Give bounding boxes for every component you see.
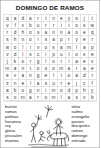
grid-cell[interactable]: y	[73, 36, 81, 43]
grid-cell[interactable]: m	[50, 94, 58, 101]
grid-cell[interactable]: s	[4, 94, 12, 101]
grid-cell[interactable]: r	[27, 58, 35, 65]
grid-cell[interactable]: e	[81, 36, 89, 43]
grid-cell[interactable]: a	[19, 72, 27, 79]
grid-cell[interactable]: o	[73, 50, 81, 57]
grid-cell[interactable]: v	[4, 50, 12, 57]
grid-cell[interactable]: m	[19, 94, 27, 101]
grid-cell[interactable]: a	[81, 43, 89, 50]
grid-cell[interactable]: a	[50, 36, 58, 43]
grid-cell[interactable]: o	[19, 86, 27, 93]
grid-cell[interactable]: q	[4, 15, 12, 22]
grid-cell[interactable]: p	[88, 43, 96, 50]
grid-cell[interactable]: a	[27, 15, 35, 22]
grid-cell[interactable]: n	[50, 29, 58, 36]
grid-cell[interactable]: r	[42, 22, 50, 29]
grid-cell[interactable]: m	[50, 86, 58, 93]
grid-cell[interactable]: r	[73, 65, 81, 72]
grid-cell[interactable]: r	[50, 22, 58, 29]
grid-cell[interactable]: e	[81, 58, 89, 65]
grid-cell[interactable]: i	[35, 36, 43, 43]
grid-cell[interactable]: b	[11, 86, 19, 93]
grid-cell[interactable]: c	[35, 50, 43, 57]
grid-cell[interactable]: z	[4, 79, 12, 86]
grid-cell[interactable]: o	[73, 22, 81, 29]
grid-cell[interactable]: o	[73, 15, 81, 22]
word-list-section: burritoramospalmashosannareygloriajerusa…	[1, 102, 101, 148]
grid-cell[interactable]: l	[42, 58, 50, 65]
grid-cell[interactable]: o	[35, 65, 43, 72]
grid-cell[interactable]: n	[27, 72, 35, 79]
grid-cell[interactable]: l	[58, 94, 66, 101]
grid-cell[interactable]: r	[4, 29, 12, 36]
grid-cell[interactable]: r	[58, 79, 66, 86]
grid-cell[interactable]: a	[11, 65, 19, 72]
palm-sunday-illustration	[27, 102, 71, 148]
grid-cell[interactable]: n	[19, 36, 27, 43]
grid-cell[interactable]: v	[35, 43, 43, 50]
grid-cell[interactable]: f	[11, 22, 19, 29]
grid-cell[interactable]: a	[65, 29, 73, 36]
grid-cell[interactable]: l	[19, 43, 27, 50]
grid-cell[interactable]: i	[42, 86, 50, 93]
grid-cell[interactable]: a	[4, 86, 12, 93]
grid-cell[interactable]: j	[73, 79, 81, 86]
grid-cell[interactable]: n	[50, 15, 58, 22]
grid-cell[interactable]: j	[4, 58, 12, 65]
grid-cell[interactable]: v	[81, 94, 89, 101]
grid-cell[interactable]: m	[65, 43, 73, 50]
grid-cell[interactable]: a	[11, 15, 19, 22]
grid-cell[interactable]: r	[88, 36, 96, 43]
word-list-item: mantos	[5, 138, 22, 143]
grid-cell[interactable]: w	[4, 43, 12, 50]
grid-cell[interactable]: e	[4, 72, 12, 79]
grid-cell[interactable]: p	[50, 50, 58, 57]
grid-cell[interactable]: s	[50, 43, 58, 50]
grid-cell[interactable]: h	[11, 36, 19, 43]
grid-cell[interactable]: n	[35, 86, 43, 93]
grid-cell[interactable]: m	[58, 65, 66, 72]
grid-cell[interactable]: o	[50, 58, 58, 65]
grid-cell[interactable]: w	[88, 22, 96, 29]
grid-cell[interactable]: l	[65, 50, 73, 57]
grid-cell[interactable]: u	[35, 22, 43, 29]
grid-cell[interactable]: g	[35, 58, 43, 65]
grid-cell[interactable]: s	[27, 50, 35, 57]
grid-cell[interactable]: u	[58, 50, 66, 57]
puzzle-title: DOMINGO DE RAMOS	[1, 4, 100, 11]
grid-cell[interactable]: h	[81, 86, 89, 93]
grid-cell[interactable]: y	[88, 86, 96, 93]
grid-cell[interactable]: b	[27, 22, 35, 29]
grid-cell[interactable]: e	[81, 29, 89, 36]
grid-cell[interactable]: i	[42, 50, 50, 57]
grid-cell[interactable]: a	[73, 58, 81, 65]
grid-cell[interactable]: v	[4, 22, 12, 29]
grid-cell[interactable]: t	[88, 15, 96, 22]
grid-cell[interactable]: r	[88, 72, 96, 79]
grid-cell[interactable]: o	[27, 29, 35, 36]
grid-cell[interactable]: o	[73, 29, 81, 36]
grid-cell[interactable]: x	[19, 22, 27, 29]
grid-cell[interactable]: d	[81, 72, 89, 79]
grid-cell[interactable]: i	[19, 50, 27, 57]
grid-cell[interactable]: p	[73, 86, 81, 93]
grid-cell[interactable]: a	[35, 79, 43, 86]
grid-cell[interactable]: m	[4, 65, 12, 72]
word-search-grid: qadartneyojtvfxburritoswrdhosannaoeqshno…	[3, 14, 97, 101]
grid-cell[interactable]: g	[27, 86, 35, 93]
grid-cell[interactable]: h	[19, 29, 27, 36]
grid-cell[interactable]: s	[35, 29, 43, 36]
grid-cell[interactable]: s	[73, 94, 81, 101]
grid-cell[interactable]: o	[11, 94, 19, 101]
grid-cell[interactable]: r	[58, 58, 66, 65]
grid-cell[interactable]: s	[4, 36, 12, 43]
grid-cell[interactable]: r	[35, 94, 43, 101]
grid-cell[interactable]: n	[19, 65, 27, 72]
grid-cell[interactable]: o	[58, 86, 66, 93]
grid-cell[interactable]: y	[65, 15, 73, 22]
grid-cell[interactable]: o	[50, 65, 58, 72]
grid-cell[interactable]: n	[11, 79, 19, 86]
grid-cell[interactable]: f	[88, 79, 96, 86]
grid-cell[interactable]: p	[58, 36, 66, 43]
grid-cell[interactable]: d	[65, 86, 73, 93]
grid-cell[interactable]: e	[58, 15, 66, 22]
word-list-item: entrada	[72, 138, 90, 143]
grid-cell[interactable]: l	[73, 43, 81, 50]
grid-cell[interactable]: a	[27, 94, 35, 101]
grid-cell[interactable]: o	[42, 43, 50, 50]
grid-cell[interactable]: o	[42, 94, 50, 101]
grid-cell[interactable]: a	[58, 43, 66, 50]
grid-cell[interactable]: s	[42, 79, 50, 86]
grid-cell[interactable]: s	[42, 65, 50, 72]
puzzle-page: DOMINGO DE RAMOS qadartneyojtvfxburritos…	[0, 0, 100, 148]
grid-cell[interactable]: o	[27, 36, 35, 43]
grid-cell[interactable]: r	[65, 36, 73, 43]
grid-cell[interactable]: j	[81, 15, 89, 22]
grid-cell[interactable]: n	[58, 29, 66, 36]
grid-cell[interactable]: e	[88, 50, 96, 57]
grid-cell[interactable]: d	[11, 29, 19, 36]
grid-cell[interactable]: i	[58, 22, 66, 29]
grid-cell[interactable]: l	[27, 79, 35, 86]
grid-cell[interactable]: t	[42, 15, 50, 22]
grid-cell[interactable]: v	[11, 72, 19, 79]
grid-cell[interactable]: t	[65, 22, 73, 29]
grid-cell[interactable]: o	[19, 58, 27, 65]
grid-cell[interactable]: e	[42, 72, 50, 79]
grid-cell[interactable]: e	[65, 79, 73, 86]
grid-cell[interactable]: s	[42, 36, 50, 43]
grid-cell[interactable]: c	[81, 79, 89, 86]
word-list-right: olivosalmoevangeliopasiondiscipulosramos…	[72, 105, 90, 143]
grid-cell[interactable]: o	[11, 43, 19, 50]
grid-cell[interactable]: d	[11, 50, 19, 57]
grid-cell[interactable]: u	[50, 79, 58, 86]
grid-cell[interactable]: e	[19, 79, 27, 86]
grid-cell[interactable]: a	[73, 72, 81, 79]
word-list-left: burritoramospalmashosannareygloriajerusa…	[5, 105, 22, 143]
grid-cell[interactable]: q	[88, 29, 96, 36]
grid-cell[interactable]: a	[65, 65, 73, 72]
grid-cell[interactable]: i	[58, 72, 66, 79]
grid-cell[interactable]: g	[35, 72, 43, 79]
grid-cell[interactable]: a	[81, 65, 89, 72]
grid-cell[interactable]: a	[42, 29, 50, 36]
grid-cell[interactable]: v	[88, 58, 96, 65]
grid-cell[interactable]: k	[11, 58, 19, 65]
grid-cell[interactable]: l	[50, 72, 58, 79]
grid-cell[interactable]: s	[81, 22, 89, 29]
grid-cell[interactable]: s	[81, 50, 89, 57]
grid-cell[interactable]: o	[65, 72, 73, 79]
grid-cell[interactable]: t	[27, 65, 35, 72]
grid-cell[interactable]: r	[35, 15, 43, 22]
grid-cell[interactable]: b	[88, 94, 96, 101]
grid-cell[interactable]: i	[65, 58, 73, 65]
grid-cell[interactable]: i	[27, 43, 35, 50]
grid-cell[interactable]: d	[19, 15, 27, 22]
grid-cell[interactable]: a	[65, 94, 73, 101]
grid-cell[interactable]: e	[88, 65, 96, 72]
